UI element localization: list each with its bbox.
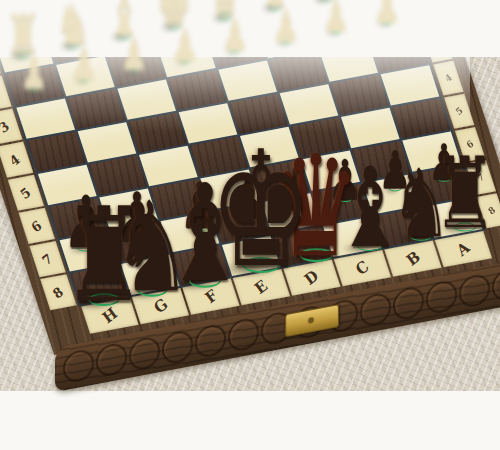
rank-label-text: 2 xyxy=(0,84,1,102)
rank-label-right-text: 5 xyxy=(454,105,465,117)
carved-circle xyxy=(393,285,424,322)
carved-circle xyxy=(492,266,500,303)
rank-label-text: 7 xyxy=(40,250,56,268)
chess-set-photo: 12345678 12345678 HGFEDCBA HGFEDCBA ♟♟♟♟… xyxy=(0,0,500,450)
rank-label-text: 3 xyxy=(0,118,12,136)
piece-white-pawn-b2[interactable]: ♟ xyxy=(322,0,350,34)
piece-white-pawn-h2[interactable]: ♟ xyxy=(20,56,48,91)
rank-label-text: 5 xyxy=(18,184,34,202)
carved-circle xyxy=(129,335,160,372)
piece-white-pawn-f2[interactable]: ♟ xyxy=(120,37,148,72)
rank-label-text: 6 xyxy=(29,217,45,235)
rank-label-text: 4 xyxy=(7,151,23,169)
rank-label-right-text: 4 xyxy=(443,72,454,84)
carved-circle xyxy=(459,272,490,309)
carved-circle xyxy=(360,291,391,328)
piece-white-pawn-g2[interactable]: ♟ xyxy=(70,47,98,82)
piece-white-pawn-a2[interactable]: ♟ xyxy=(373,0,401,25)
piece-white-pawn-d2[interactable]: ♟ xyxy=(221,18,249,53)
carved-circle xyxy=(162,329,193,366)
piece-white-pawn-e2[interactable]: ♟ xyxy=(171,28,199,63)
piece-black-rook-h8[interactable]: ♜ xyxy=(62,203,146,307)
piece-white-pawn-c2[interactable]: ♟ xyxy=(272,9,300,44)
carved-circle xyxy=(195,323,226,360)
carved-circle xyxy=(96,341,127,378)
carved-circle xyxy=(63,348,94,385)
carved-circle xyxy=(426,279,457,316)
carved-circle xyxy=(228,316,259,353)
